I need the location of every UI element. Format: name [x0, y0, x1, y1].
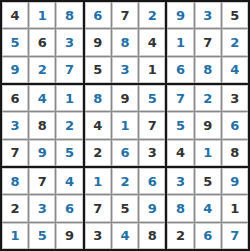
cell-r4c1[interactable]: 6 [2, 85, 28, 111]
cell-r4c2[interactable]: 4 [29, 85, 55, 111]
cell-r7c9[interactable]: 9 [222, 168, 248, 194]
cell-r1c6[interactable]: 2 [139, 2, 165, 28]
cell-r3c5[interactable]: 3 [112, 57, 138, 83]
cell-r9c2[interactable]: 5 [29, 223, 55, 249]
cell-r5c8[interactable]: 9 [195, 112, 221, 138]
cell-r6c5[interactable]: 6 [112, 140, 138, 166]
cell-r3c6[interactable]: 1 [139, 57, 165, 83]
cell-r6c8[interactable]: 1 [195, 140, 221, 166]
box-1: 418563927 [2, 2, 83, 83]
cell-r9c7[interactable]: 2 [167, 223, 193, 249]
cell-r2c6[interactable]: 4 [139, 29, 165, 55]
cell-r3c1[interactable]: 9 [2, 57, 28, 83]
cell-r8c7[interactable]: 8 [167, 195, 193, 221]
cell-r9c6[interactable]: 8 [139, 223, 165, 249]
box-9: 359841267 [167, 168, 248, 249]
cell-r4c9[interactable]: 3 [222, 85, 248, 111]
cell-r1c3[interactable]: 8 [56, 2, 82, 28]
cell-r4c5[interactable]: 9 [112, 85, 138, 111]
cell-r6c2[interactable]: 9 [29, 140, 55, 166]
cell-r2c9[interactable]: 2 [222, 29, 248, 55]
cell-r7c8[interactable]: 5 [195, 168, 221, 194]
cell-r5c4[interactable]: 4 [85, 112, 111, 138]
cell-r3c4[interactable]: 5 [85, 57, 111, 83]
cell-r4c3[interactable]: 1 [56, 85, 82, 111]
box-6: 723596418 [167, 85, 248, 166]
cell-r1c5[interactable]: 7 [112, 2, 138, 28]
cell-r9c4[interactable]: 3 [85, 223, 111, 249]
cell-r8c8[interactable]: 4 [195, 195, 221, 221]
cell-r8c3[interactable]: 6 [56, 195, 82, 221]
cell-r2c2[interactable]: 6 [29, 29, 55, 55]
cell-r9c8[interactable]: 6 [195, 223, 221, 249]
box-2: 672984531 [85, 2, 166, 83]
cell-r3c7[interactable]: 6 [167, 57, 193, 83]
cell-r5c3[interactable]: 2 [56, 112, 82, 138]
cell-r5c5[interactable]: 1 [112, 112, 138, 138]
box-4: 641382795 [2, 85, 83, 166]
cell-r2c7[interactable]: 1 [167, 29, 193, 55]
cell-r9c5[interactable]: 4 [112, 223, 138, 249]
box-7: 874236159 [2, 168, 83, 249]
cell-r7c2[interactable]: 7 [29, 168, 55, 194]
cell-r5c7[interactable]: 5 [167, 112, 193, 138]
cell-r7c5[interactable]: 2 [112, 168, 138, 194]
cell-r1c8[interactable]: 3 [195, 2, 221, 28]
cell-r5c9[interactable]: 6 [222, 112, 248, 138]
cell-r3c9[interactable]: 4 [222, 57, 248, 83]
cell-r2c4[interactable]: 9 [85, 29, 111, 55]
cell-r2c5[interactable]: 8 [112, 29, 138, 55]
box-5: 895417263 [85, 85, 166, 166]
cell-r2c1[interactable]: 5 [2, 29, 28, 55]
cell-r5c1[interactable]: 3 [2, 112, 28, 138]
cell-r2c8[interactable]: 7 [195, 29, 221, 55]
cell-r1c2[interactable]: 1 [29, 2, 55, 28]
cell-r8c6[interactable]: 9 [139, 195, 165, 221]
sudoku-board: 4185639276729845319351726846413827958954… [0, 0, 250, 251]
cell-r8c4[interactable]: 7 [85, 195, 111, 221]
cell-r1c4[interactable]: 6 [85, 2, 111, 28]
cell-r8c2[interactable]: 3 [29, 195, 55, 221]
cell-r3c3[interactable]: 7 [56, 57, 82, 83]
cell-r7c4[interactable]: 1 [85, 168, 111, 194]
cell-r1c9[interactable]: 5 [222, 2, 248, 28]
cell-r8c9[interactable]: 1 [222, 195, 248, 221]
cell-r8c5[interactable]: 5 [112, 195, 138, 221]
cell-r9c3[interactable]: 9 [56, 223, 82, 249]
cell-r6c1[interactable]: 7 [2, 140, 28, 166]
cell-r7c6[interactable]: 6 [139, 168, 165, 194]
cell-r3c2[interactable]: 2 [29, 57, 55, 83]
cell-r7c1[interactable]: 8 [2, 168, 28, 194]
cell-r4c6[interactable]: 5 [139, 85, 165, 111]
cell-r6c3[interactable]: 5 [56, 140, 82, 166]
cell-r1c1[interactable]: 4 [2, 2, 28, 28]
cell-r2c3[interactable]: 3 [56, 29, 82, 55]
cell-r1c7[interactable]: 9 [167, 2, 193, 28]
cell-r6c6[interactable]: 3 [139, 140, 165, 166]
cell-r5c6[interactable]: 7 [139, 112, 165, 138]
cell-r7c3[interactable]: 4 [56, 168, 82, 194]
cell-r5c2[interactable]: 8 [29, 112, 55, 138]
cell-r7c7[interactable]: 3 [167, 168, 193, 194]
cell-r9c9[interactable]: 7 [222, 223, 248, 249]
cell-r6c9[interactable]: 8 [222, 140, 248, 166]
cell-r9c1[interactable]: 1 [2, 223, 28, 249]
cell-r8c1[interactable]: 2 [2, 195, 28, 221]
cell-r6c7[interactable]: 4 [167, 140, 193, 166]
box-3: 935172684 [167, 2, 248, 83]
cell-r3c8[interactable]: 8 [195, 57, 221, 83]
cell-r4c7[interactable]: 7 [167, 85, 193, 111]
cell-r4c8[interactable]: 2 [195, 85, 221, 111]
cell-r4c4[interactable]: 8 [85, 85, 111, 111]
box-8: 126759348 [85, 168, 166, 249]
cell-r6c4[interactable]: 2 [85, 140, 111, 166]
